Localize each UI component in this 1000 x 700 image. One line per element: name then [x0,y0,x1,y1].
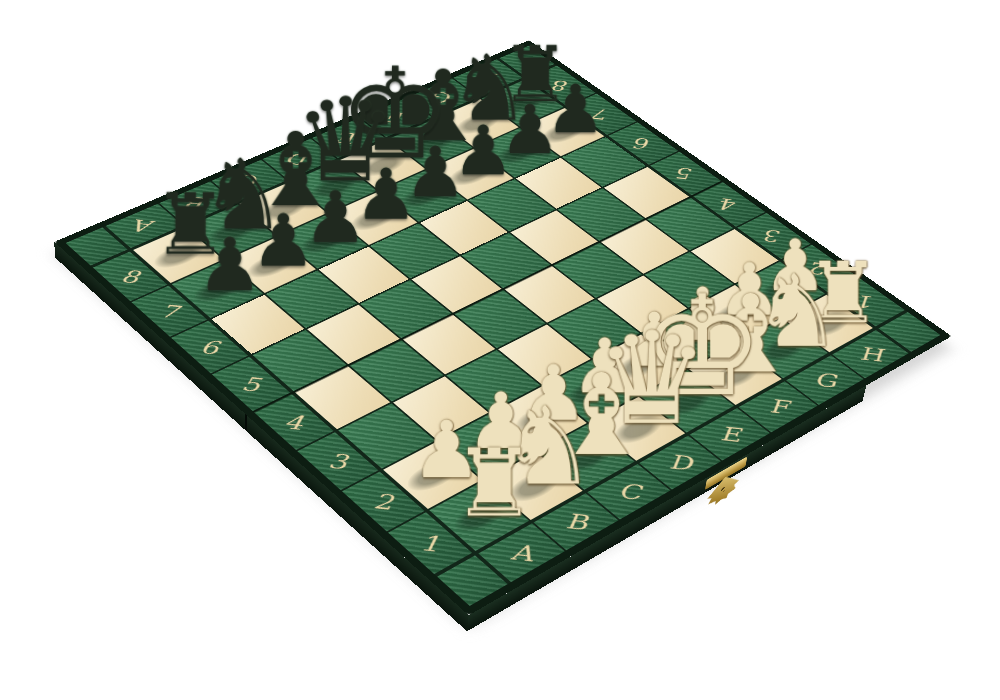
rank-sw-label-3: 3 [327,450,349,472]
rank-sw-label-4: 4 [283,411,305,432]
chess-board-grid: ♜♞♝♛♚♝♞♜♟♟♟♟♟♟♟♟♟♟♟♟♟♟♟♟♜♞♝♛♚♝♞♜ [130,78,875,553]
fold-cut [245,414,247,432]
file-se-label-b: B [564,510,587,533]
product-photo-scene: ABCDEFGH 87654321 87654321 ABCDEFGH ♜♞♝♛… [0,0,1000,700]
rank-sw-label-6: 6 [198,337,220,357]
rank-ne-label-5: 5 [677,165,693,182]
piece-white-rook-a1[interactable]: ♜ [452,440,536,529]
chess-board: ABCDEFGH 87654321 87654321 ABCDEFGH ♜♞♝♛… [54,40,951,615]
piece-black-pawn-a7[interactable]: ♟ [197,230,263,300]
rank-sw-label-2: 2 [372,490,394,513]
